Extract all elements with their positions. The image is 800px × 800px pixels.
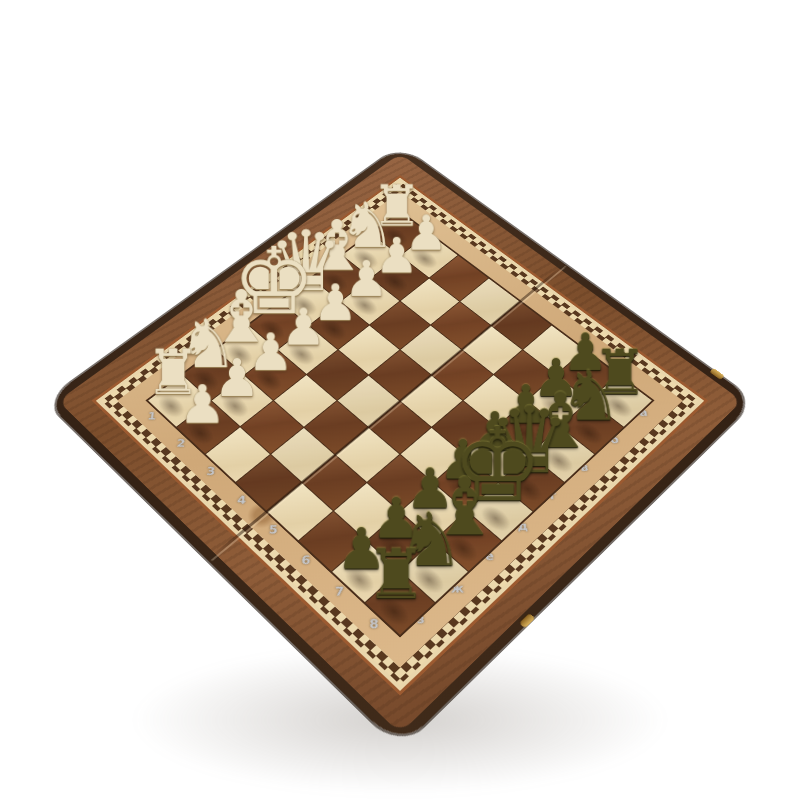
rank-label: 7 bbox=[335, 585, 345, 599]
rank-label: 2 bbox=[176, 437, 186, 449]
piece-glyph: ♟ bbox=[176, 378, 229, 431]
rank-label: 4 bbox=[237, 494, 247, 507]
rank-label: 6 bbox=[301, 553, 311, 567]
rank-label: 1 bbox=[147, 410, 157, 422]
rank-label: 3 bbox=[206, 465, 216, 477]
rank-label: 8 bbox=[369, 617, 379, 631]
product-photo-stage: а1б2в3г4д5е6ж7з8 ♜♟♞♟♝♟♛♟♚♟♝♟♟♞♜♟♟♜♞♟♟♝♟… bbox=[0, 0, 800, 800]
rank-label: 5 bbox=[268, 523, 278, 536]
piece-glyph: ♜ bbox=[361, 540, 430, 609]
